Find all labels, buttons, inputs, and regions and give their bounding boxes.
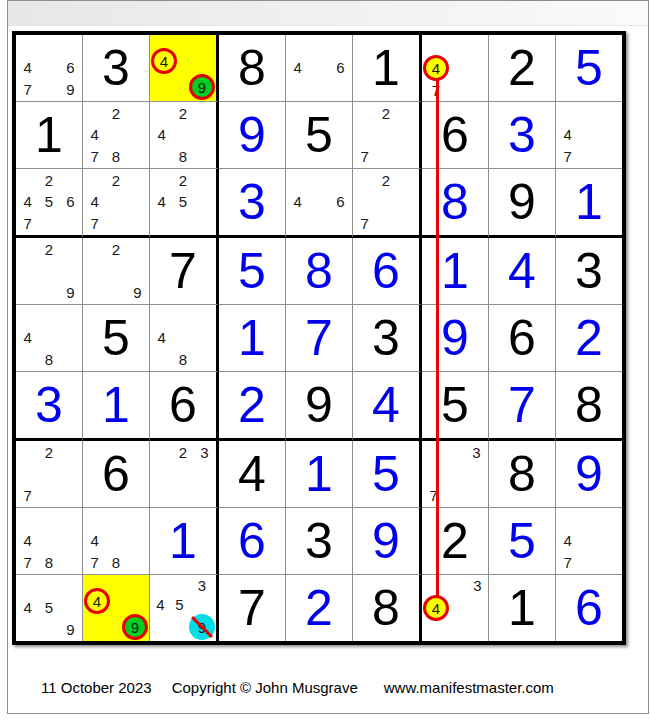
- solved-digit: 7: [305, 313, 333, 363]
- cell-r1c3[interactable]: 49: [150, 35, 219, 102]
- given-digit: 3: [575, 246, 603, 296]
- pencil-marks: 48: [151, 306, 215, 370]
- candidate: 4: [557, 530, 578, 551]
- footer-copyright: Copyright © John Musgrave: [172, 679, 358, 696]
- candidate: 2: [172, 103, 193, 124]
- cell-r1c1[interactable]: 4679: [16, 35, 83, 102]
- cell-r2c3[interactable]: 248: [150, 102, 219, 169]
- cell-r5c6[interactable]: 3: [353, 305, 422, 372]
- cell-r3c3[interactable]: 245: [150, 169, 219, 238]
- candidate: 7: [84, 146, 105, 167]
- pencil-marks: 27: [17, 442, 81, 506]
- cell-r4c3[interactable]: 7: [150, 238, 219, 305]
- candidate: 8: [172, 349, 193, 370]
- given-digit: 6: [441, 110, 469, 160]
- footer-website: www.manifestmaster.com: [384, 679, 554, 696]
- cell-r9c8[interactable]: 1: [489, 575, 556, 641]
- cell-r2c8[interactable]: 3: [489, 102, 556, 169]
- candidate: 4: [84, 191, 105, 212]
- candidate: 4: [151, 327, 172, 348]
- candidate: 7: [17, 485, 38, 506]
- candidate: 8: [105, 552, 126, 573]
- cell-r2c9[interactable]: 47: [556, 102, 622, 169]
- candidate: 6: [330, 191, 351, 212]
- candidate: 8: [38, 552, 59, 573]
- cell-r7c5[interactable]: 1: [286, 441, 353, 508]
- cell-r3c7[interactable]: 8: [422, 169, 489, 238]
- cell-r7c3[interactable]: 23: [150, 441, 219, 508]
- cell-r4c9[interactable]: 3: [556, 238, 622, 305]
- cell-r2c5[interactable]: 5: [286, 102, 353, 169]
- cell-r5c9[interactable]: 2: [556, 305, 622, 372]
- candidate: 4: [151, 124, 172, 145]
- solved-digit: 5: [238, 246, 266, 296]
- candidate: 3: [466, 442, 487, 463]
- candidate: 2: [38, 170, 59, 191]
- candidate: 2: [375, 103, 396, 124]
- pencil-marks: 47: [423, 36, 487, 100]
- candidate: 4: [287, 57, 308, 78]
- pencil-marks: 29: [84, 239, 148, 303]
- solved-digit: 4: [372, 380, 400, 430]
- cell-r6c1[interactable]: 3: [16, 372, 83, 441]
- given-digit: 8: [238, 43, 266, 93]
- cell-r9c9[interactable]: 6: [556, 575, 622, 641]
- cell-r5c2[interactable]: 5: [83, 305, 150, 372]
- pencil-marks: 48: [17, 306, 81, 370]
- candidate: 9: [60, 79, 81, 100]
- given-digit: 1: [508, 583, 536, 633]
- cell-r9c6[interactable]: 8: [353, 575, 422, 641]
- cell-r8c1[interactable]: 478: [16, 508, 83, 575]
- candidate: 5: [170, 595, 189, 614]
- solved-digit: 4: [508, 246, 536, 296]
- candidate: 7: [17, 552, 38, 573]
- cell-r7c7[interactable]: 37: [422, 441, 489, 508]
- cell-r7c8[interactable]: 8: [489, 441, 556, 508]
- pencil-marks: 3459: [151, 576, 215, 640]
- cell-r6c3[interactable]: 6: [150, 372, 219, 441]
- given-digit: 6: [102, 449, 130, 499]
- cell-r3c5[interactable]: 46: [286, 169, 353, 238]
- cell-r2c1[interactable]: 1: [16, 102, 83, 169]
- cell-r5c1[interactable]: 48: [16, 305, 83, 372]
- placed-candidate: 9: [122, 614, 148, 640]
- cell-r7c1[interactable]: 27: [16, 441, 83, 508]
- given-digit: 3: [102, 43, 130, 93]
- candidate: 2: [172, 170, 193, 191]
- pencil-marks: 24567: [17, 170, 81, 234]
- given-digit: 5: [305, 110, 333, 160]
- chain-endpoint-candidate: 4: [423, 55, 449, 81]
- candidate: 7: [557, 552, 578, 573]
- candidate: 4: [84, 124, 105, 145]
- solved-digit: 9: [575, 449, 603, 499]
- given-digit: 5: [102, 313, 130, 363]
- given-digit: 3: [305, 516, 333, 566]
- cell-r2c6[interactable]: 27: [353, 102, 422, 169]
- given-digit: 1: [35, 110, 63, 160]
- candidate: 2: [172, 442, 193, 463]
- cell-r6c8[interactable]: 7: [489, 372, 556, 441]
- cell-r6c7[interactable]: 5: [422, 372, 489, 441]
- given-digit: 3: [372, 313, 400, 363]
- red-circled-candidate: 4: [84, 588, 110, 614]
- given-digit: 5: [441, 380, 469, 430]
- solved-digit: 1: [102, 380, 130, 430]
- pencil-marks: 247: [84, 170, 148, 234]
- solved-digit: 1: [441, 246, 469, 296]
- pencil-marks: 46: [287, 170, 351, 234]
- cell-r3c8[interactable]: 9: [489, 169, 556, 238]
- pencil-marks: 27: [354, 103, 418, 167]
- given-digit: 2: [441, 516, 469, 566]
- eliminated-candidate: 9: [189, 614, 215, 640]
- cell-r8c4[interactable]: 6: [219, 508, 286, 575]
- cell-r4c5[interactable]: 8: [286, 238, 353, 305]
- candidate: 8: [38, 349, 59, 370]
- candidate: 9: [127, 282, 148, 303]
- solved-digit: 9: [372, 516, 400, 566]
- pencil-marks: 478: [17, 509, 81, 573]
- solved-digit: 1: [575, 177, 603, 227]
- solved-digit: 2: [238, 380, 266, 430]
- cell-r7c6[interactable]: 5: [353, 441, 422, 508]
- candidate: 7: [354, 146, 375, 167]
- candidate: 4: [557, 124, 578, 145]
- pencil-marks: 49: [151, 36, 215, 100]
- solved-digit: 3: [508, 110, 536, 160]
- pencil-marks: 47: [557, 103, 621, 167]
- cell-r8c7[interactable]: 2: [422, 508, 489, 575]
- cell-r7c9[interactable]: 9: [556, 441, 622, 508]
- cell-r9c4[interactable]: 7: [219, 575, 286, 641]
- candidate: 2: [375, 170, 396, 191]
- cell-r6c5[interactable]: 9: [286, 372, 353, 441]
- candidate: 5: [38, 597, 59, 618]
- cell-r1c7[interactable]: 47: [422, 35, 489, 102]
- cell-r5c5[interactable]: 7: [286, 305, 353, 372]
- cell-r4c4[interactable]: 5: [219, 238, 286, 305]
- app-window: 4679349846147251247824895276347245672472…: [7, 0, 649, 714]
- given-digit: 6: [508, 313, 536, 363]
- cell-r1c4[interactable]: 8: [219, 35, 286, 102]
- red-circled-candidate: 4: [151, 48, 177, 74]
- solved-digit: 1: [238, 313, 266, 363]
- given-digit: 9: [508, 177, 536, 227]
- pencil-marks: 46: [287, 36, 351, 100]
- candidate: 7: [557, 146, 578, 167]
- pencil-marks: 34: [423, 576, 487, 640]
- given-digit: 7: [238, 583, 266, 633]
- solved-digit: 6: [575, 583, 603, 633]
- candidate: 8: [105, 146, 126, 167]
- candidate: 8: [172, 146, 193, 167]
- cell-r3c4[interactable]: 3: [219, 169, 286, 238]
- cell-r3c6[interactable]: 27: [353, 169, 422, 238]
- candidate: 7: [354, 213, 375, 234]
- cell-r2c2[interactable]: 2478: [83, 102, 150, 169]
- cell-r9c5[interactable]: 2: [286, 575, 353, 641]
- pencil-marks: 29: [17, 239, 81, 303]
- solved-digit: 5: [575, 43, 603, 93]
- candidate: 6: [60, 191, 81, 212]
- pencil-marks: 459: [17, 576, 81, 640]
- solved-digit: 6: [372, 246, 400, 296]
- cell-r1c2[interactable]: 3: [83, 35, 150, 102]
- candidate: 2: [38, 239, 59, 260]
- cell-r4c6[interactable]: 6: [353, 238, 422, 305]
- solved-digit: 2: [305, 583, 333, 633]
- candidate: 9: [60, 619, 81, 640]
- cell-r2c4[interactable]: 9: [219, 102, 286, 169]
- cell-r5c8[interactable]: 6: [489, 305, 556, 372]
- cell-r8c3[interactable]: 1: [150, 508, 219, 575]
- candidate: 3: [468, 576, 487, 595]
- cell-r4c2[interactable]: 29: [83, 238, 150, 305]
- cell-r1c8[interactable]: 2: [489, 35, 556, 102]
- cell-r9c7[interactable]: 34: [422, 575, 489, 641]
- candidate: 4: [17, 57, 38, 78]
- given-digit: 7: [169, 246, 197, 296]
- pencil-marks: 245: [151, 170, 215, 234]
- cell-r4c8[interactable]: 4: [489, 238, 556, 305]
- pencil-marks: 4679: [17, 36, 81, 100]
- pencil-marks: 2478: [84, 103, 148, 167]
- candidate: 2: [105, 103, 126, 124]
- solved-digit: 5: [372, 449, 400, 499]
- cell-r1c6[interactable]: 1: [353, 35, 422, 102]
- given-digit: 9: [305, 380, 333, 430]
- solved-digit: 2: [575, 313, 603, 363]
- pencil-marks: 248: [151, 103, 215, 167]
- cell-r3c2[interactable]: 247: [83, 169, 150, 238]
- candidate: 6: [60, 57, 81, 78]
- cell-r4c1[interactable]: 29: [16, 238, 83, 305]
- cell-r8c8[interactable]: 5: [489, 508, 556, 575]
- candidate: 5: [38, 191, 59, 212]
- cell-r5c3[interactable]: 48: [150, 305, 219, 372]
- footer-date: 11 October 2023: [41, 679, 152, 696]
- candidate: 7: [17, 213, 38, 234]
- cell-r3c1[interactable]: 24567: [16, 169, 83, 238]
- candidate: 7: [84, 213, 105, 234]
- footer: 11 October 2023Copyright © John Musgrave…: [41, 679, 554, 696]
- cell-r6c2[interactable]: 1: [83, 372, 150, 441]
- given-digit: 8: [575, 380, 603, 430]
- cell-r6c9[interactable]: 8: [556, 372, 622, 441]
- cell-r3c9[interactable]: 1: [556, 169, 622, 238]
- cell-r7c2[interactable]: 6: [83, 441, 150, 508]
- pencil-marks: 478: [84, 509, 148, 573]
- cell-r9c2[interactable]: 49: [83, 575, 150, 641]
- candidate: 4: [17, 327, 38, 348]
- candidate: 7: [423, 485, 444, 506]
- given-digit: 8: [508, 449, 536, 499]
- solved-digit: 3: [238, 177, 266, 227]
- candidate: 2: [105, 239, 126, 260]
- candidate: 2: [38, 442, 59, 463]
- candidate: 7: [17, 79, 38, 100]
- cell-r4c7[interactable]: 1: [422, 238, 489, 305]
- cell-r9c3[interactable]: 3459: [150, 575, 219, 641]
- candidate: 9: [60, 282, 81, 303]
- solved-digit: 3: [35, 380, 63, 430]
- solved-digit: 5: [508, 516, 536, 566]
- pencil-marks: 37: [423, 442, 487, 506]
- candidate: 4: [17, 530, 38, 551]
- pencil-marks: 23: [151, 442, 215, 506]
- cell-r5c4[interactable]: 1: [219, 305, 286, 372]
- cell-r1c9[interactable]: 5: [556, 35, 622, 102]
- candidate: 4: [84, 530, 105, 551]
- candidate: 4: [17, 191, 38, 212]
- solved-digit: 8: [305, 246, 333, 296]
- cell-r2c7[interactable]: 6: [422, 102, 489, 169]
- candidate: 4: [151, 595, 170, 614]
- candidate: 2: [105, 170, 126, 191]
- given-digit: 4: [238, 449, 266, 499]
- sudoku-board: 4679349846147251247824895276347245672472…: [12, 31, 626, 645]
- candidate: 4: [151, 191, 172, 212]
- cell-r8c2[interactable]: 478: [83, 508, 150, 575]
- cell-r8c5[interactable]: 3: [286, 508, 353, 575]
- cell-r1c5[interactable]: 46: [286, 35, 353, 102]
- cell-r6c4[interactable]: 2: [219, 372, 286, 441]
- cell-r5c7[interactable]: 9: [422, 305, 489, 372]
- cell-r6c6[interactable]: 4: [353, 372, 422, 441]
- solved-digit: 8: [441, 177, 469, 227]
- candidate: 4: [17, 597, 38, 618]
- given-digit: 6: [169, 380, 197, 430]
- cell-r7c4[interactable]: 4: [219, 441, 286, 508]
- candidate: 3: [194, 442, 215, 463]
- chain-endpoint-candidate: 4: [423, 595, 449, 621]
- chain-link-line: [436, 69, 439, 609]
- candidate: 6: [330, 57, 351, 78]
- titlebar: [8, 1, 648, 26]
- candidate: 7: [84, 552, 105, 573]
- pencil-marks: 49: [84, 576, 148, 640]
- solved-digit: 6: [238, 516, 266, 566]
- solved-digit: 7: [508, 380, 536, 430]
- candidate: 5: [172, 191, 193, 212]
- cell-r8c6[interactable]: 9: [353, 508, 422, 575]
- cell-r9c1[interactable]: 459: [16, 575, 83, 641]
- pencil-marks: 27: [354, 170, 418, 234]
- solved-digit: 1: [305, 449, 333, 499]
- candidate: 3: [189, 576, 215, 595]
- solved-digit: 9: [238, 110, 266, 160]
- given-digit: 2: [508, 43, 536, 93]
- cell-r8c9[interactable]: 47: [556, 508, 622, 575]
- given-digit: 1: [372, 43, 400, 93]
- given-digit: 8: [372, 583, 400, 633]
- solved-digit: 1: [169, 516, 197, 566]
- placed-candidate: 9: [189, 74, 215, 100]
- candidate: 4: [287, 191, 308, 212]
- solved-digit: 9: [441, 313, 469, 363]
- pencil-marks: 47: [557, 509, 621, 573]
